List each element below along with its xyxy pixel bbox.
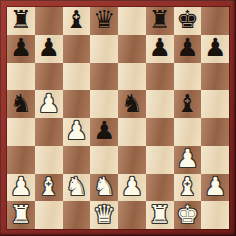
square-a4[interactable] xyxy=(7,118,35,146)
square-g6[interactable] xyxy=(174,63,202,91)
square-b1[interactable] xyxy=(35,201,63,229)
square-a1[interactable]: ♜ xyxy=(7,201,35,229)
square-h5[interactable] xyxy=(201,90,229,118)
square-a3[interactable] xyxy=(7,146,35,174)
square-e1[interactable] xyxy=(118,201,146,229)
square-g7[interactable]: ♟ xyxy=(174,35,202,63)
piece-white-rook: ♜ xyxy=(148,202,170,227)
square-d6[interactable] xyxy=(90,63,118,91)
square-h1[interactable] xyxy=(201,201,229,229)
square-e8[interactable] xyxy=(118,7,146,35)
piece-white-knight: ♞ xyxy=(93,174,115,199)
square-a5[interactable]: ♞ xyxy=(7,90,35,118)
piece-black-queen: ♛ xyxy=(93,7,115,32)
square-a7[interactable]: ♟ xyxy=(7,35,35,63)
piece-black-pawn: ♟ xyxy=(176,35,198,60)
square-c2[interactable]: ♞ xyxy=(63,174,91,202)
square-b6[interactable] xyxy=(35,63,63,91)
piece-white-bishop: ♝ xyxy=(176,174,198,199)
square-c6[interactable] xyxy=(63,63,91,91)
square-e2[interactable]: ♟ xyxy=(118,174,146,202)
square-b2[interactable]: ♝ xyxy=(35,174,63,202)
square-e6[interactable] xyxy=(118,63,146,91)
chess-board: ♜♝♛♜♚♟♟♟♟♟♞♟♞♝♟♟♟♟♝♞♞♟♝♟♜♛♜♚ xyxy=(7,7,229,229)
square-c7[interactable] xyxy=(63,35,91,63)
square-c4[interactable]: ♟ xyxy=(63,118,91,146)
square-c3[interactable] xyxy=(63,146,91,174)
piece-black-pawn: ♟ xyxy=(93,118,115,143)
square-b7[interactable]: ♟ xyxy=(35,35,63,63)
piece-black-pawn: ♟ xyxy=(37,35,59,60)
piece-white-knight: ♞ xyxy=(65,174,87,199)
piece-white-king: ♚ xyxy=(176,202,198,227)
square-d1[interactable]: ♛ xyxy=(90,201,118,229)
square-f5[interactable] xyxy=(146,90,174,118)
square-d5[interactable] xyxy=(90,90,118,118)
square-h7[interactable]: ♟ xyxy=(201,35,229,63)
square-f6[interactable] xyxy=(146,63,174,91)
piece-black-king: ♚ xyxy=(176,7,198,32)
piece-white-pawn: ♟ xyxy=(10,174,32,199)
square-c1[interactable] xyxy=(63,201,91,229)
piece-black-bishop: ♝ xyxy=(65,7,87,32)
square-b5[interactable]: ♟ xyxy=(35,90,63,118)
piece-black-pawn: ♟ xyxy=(148,35,170,60)
square-e3[interactable] xyxy=(118,146,146,174)
square-d3[interactable] xyxy=(90,146,118,174)
square-d7[interactable] xyxy=(90,35,118,63)
square-f4[interactable] xyxy=(146,118,174,146)
piece-white-pawn: ♟ xyxy=(37,91,59,116)
piece-black-bishop: ♝ xyxy=(176,91,198,116)
square-g2[interactable]: ♝ xyxy=(174,174,202,202)
square-a8[interactable]: ♜ xyxy=(7,7,35,35)
square-b3[interactable] xyxy=(35,146,63,174)
square-d2[interactable]: ♞ xyxy=(90,174,118,202)
square-g4[interactable] xyxy=(174,118,202,146)
piece-white-pawn: ♟ xyxy=(176,146,198,171)
square-g3[interactable]: ♟ xyxy=(174,146,202,174)
square-d4[interactable]: ♟ xyxy=(90,118,118,146)
square-c8[interactable]: ♝ xyxy=(63,7,91,35)
square-e4[interactable] xyxy=(118,118,146,146)
square-f2[interactable] xyxy=(146,174,174,202)
square-g1[interactable]: ♚ xyxy=(174,201,202,229)
square-d8[interactable]: ♛ xyxy=(90,7,118,35)
piece-white-queen: ♛ xyxy=(93,202,115,227)
piece-black-knight: ♞ xyxy=(10,91,32,116)
square-b8[interactable] xyxy=(35,7,63,35)
piece-white-pawn: ♟ xyxy=(204,174,226,199)
square-c5[interactable] xyxy=(63,90,91,118)
square-f1[interactable]: ♜ xyxy=(146,201,174,229)
square-e5[interactable]: ♞ xyxy=(118,90,146,118)
square-f7[interactable]: ♟ xyxy=(146,35,174,63)
square-a2[interactable]: ♟ xyxy=(7,174,35,202)
square-b4[interactable] xyxy=(35,118,63,146)
square-g5[interactable]: ♝ xyxy=(174,90,202,118)
square-h3[interactable] xyxy=(201,146,229,174)
square-e7[interactable] xyxy=(118,35,146,63)
board-frame: ♜♝♛♜♚♟♟♟♟♟♞♟♞♝♟♟♟♟♝♞♞♟♝♟♜♛♜♚ xyxy=(0,0,236,236)
piece-black-rook: ♜ xyxy=(148,7,170,32)
square-h2[interactable]: ♟ xyxy=(201,174,229,202)
square-h8[interactable] xyxy=(201,7,229,35)
square-f8[interactable]: ♜ xyxy=(146,7,174,35)
square-a6[interactable] xyxy=(7,63,35,91)
piece-white-pawn: ♟ xyxy=(65,118,87,143)
square-h6[interactable] xyxy=(201,63,229,91)
piece-white-rook: ♜ xyxy=(10,202,32,227)
piece-black-pawn: ♟ xyxy=(10,35,32,60)
piece-white-bishop: ♝ xyxy=(37,174,59,199)
piece-black-knight: ♞ xyxy=(121,91,143,116)
piece-black-rook: ♜ xyxy=(10,7,32,32)
piece-white-pawn: ♟ xyxy=(121,174,143,199)
piece-black-pawn: ♟ xyxy=(204,35,226,60)
square-g8[interactable]: ♚ xyxy=(174,7,202,35)
square-f3[interactable] xyxy=(146,146,174,174)
square-h4[interactable] xyxy=(201,118,229,146)
